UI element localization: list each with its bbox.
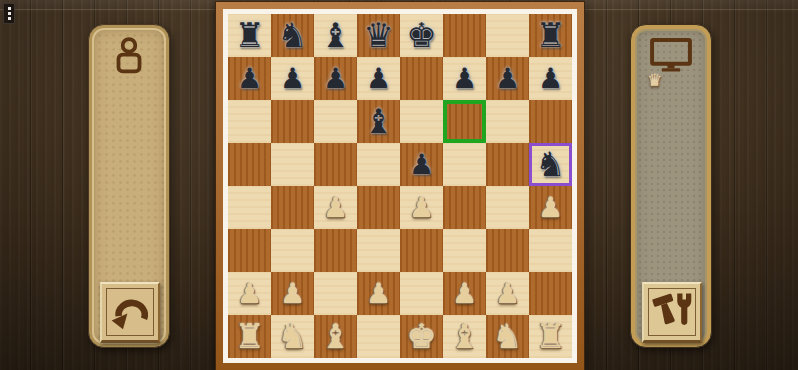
square-b2[interactable]: ♟ bbox=[271, 272, 314, 315]
square-b1[interactable]: ♞ bbox=[271, 315, 314, 358]
square-g6[interactable] bbox=[486, 100, 529, 143]
white-knight-b1[interactable]: ♞ bbox=[277, 315, 307, 358]
square-d8[interactable]: ♛ bbox=[357, 14, 400, 57]
square-h8[interactable]: ♜ bbox=[529, 14, 572, 57]
white-pawn-h4[interactable]: ♟ bbox=[538, 186, 563, 229]
black-pawn-g7[interactable]: ♟ bbox=[495, 57, 520, 100]
black-pawn-e5[interactable]: ♟ bbox=[409, 143, 434, 186]
square-f2[interactable]: ♟ bbox=[443, 272, 486, 315]
square-f8[interactable] bbox=[443, 14, 486, 57]
square-e1[interactable]: ♚ bbox=[400, 315, 443, 358]
square-d4[interactable] bbox=[357, 186, 400, 229]
black-pawn-b7[interactable]: ♟ bbox=[280, 57, 305, 100]
white-rook-h1[interactable]: ♜ bbox=[535, 315, 565, 358]
square-d5[interactable] bbox=[357, 143, 400, 186]
right-player-panel-computer: ♛ bbox=[630, 24, 712, 348]
square-d7[interactable]: ♟ bbox=[357, 57, 400, 100]
square-d1[interactable] bbox=[357, 315, 400, 358]
white-rook-a1[interactable]: ♜ bbox=[234, 315, 264, 358]
square-c7[interactable]: ♟ bbox=[314, 57, 357, 100]
black-pawn-d7[interactable]: ♟ bbox=[366, 57, 391, 100]
square-f1[interactable]: ♝ bbox=[443, 315, 486, 358]
square-b3[interactable] bbox=[271, 229, 314, 272]
black-knight-b8[interactable]: ♞ bbox=[277, 14, 307, 57]
white-pawn-c4[interactable]: ♟ bbox=[323, 186, 348, 229]
black-king-e8[interactable]: ♚ bbox=[406, 14, 436, 57]
square-g2[interactable]: ♟ bbox=[486, 272, 529, 315]
square-e8[interactable]: ♚ bbox=[400, 14, 443, 57]
black-bishop-d6[interactable]: ♝ bbox=[363, 100, 393, 143]
black-pawn-h7[interactable]: ♟ bbox=[538, 57, 563, 100]
white-bishop-c1[interactable]: ♝ bbox=[320, 315, 350, 358]
square-b4[interactable] bbox=[271, 186, 314, 229]
square-h1[interactable]: ♜ bbox=[529, 315, 572, 358]
square-e3[interactable] bbox=[400, 229, 443, 272]
square-c2[interactable] bbox=[314, 272, 357, 315]
square-d2[interactable]: ♟ bbox=[357, 272, 400, 315]
white-king-e1[interactable]: ♚ bbox=[406, 315, 436, 358]
square-g5[interactable] bbox=[486, 143, 529, 186]
chess-app-screen: ♜♞♝♛♚♜♟♟♟♟♟♟♟♝♟♞♟♟♟♟♟♟♟♟♜♞♝♚♝♞♜ ♛ bbox=[0, 0, 798, 370]
square-h2[interactable] bbox=[529, 272, 572, 315]
square-f4[interactable] bbox=[443, 186, 486, 229]
white-knight-g1[interactable]: ♞ bbox=[492, 315, 522, 358]
black-pawn-a7[interactable]: ♟ bbox=[237, 57, 262, 100]
square-b6[interactable] bbox=[271, 100, 314, 143]
square-f3[interactable] bbox=[443, 229, 486, 272]
square-e6[interactable] bbox=[400, 100, 443, 143]
square-a2[interactable]: ♟ bbox=[228, 272, 271, 315]
square-c6[interactable] bbox=[314, 100, 357, 143]
square-a4[interactable] bbox=[228, 186, 271, 229]
square-c8[interactable]: ♝ bbox=[314, 14, 357, 57]
square-a1[interactable]: ♜ bbox=[228, 315, 271, 358]
square-h5[interactable]: ♞ bbox=[529, 143, 572, 186]
square-e4[interactable]: ♟ bbox=[400, 186, 443, 229]
undo-arrow-icon bbox=[109, 289, 151, 335]
system-menu-dots-button[interactable] bbox=[3, 3, 15, 24]
square-g3[interactable] bbox=[486, 229, 529, 272]
white-pawn-b2[interactable]: ♟ bbox=[280, 272, 305, 315]
white-pawn-a2[interactable]: ♟ bbox=[237, 272, 262, 315]
square-f7[interactable]: ♟ bbox=[443, 57, 486, 100]
person-icon bbox=[114, 37, 145, 78]
square-g8[interactable] bbox=[486, 14, 529, 57]
white-pawn-d2[interactable]: ♟ bbox=[366, 272, 391, 315]
left-player-panel-human bbox=[88, 24, 170, 348]
square-c4[interactable]: ♟ bbox=[314, 186, 357, 229]
square-h3[interactable] bbox=[529, 229, 572, 272]
square-a5[interactable] bbox=[228, 143, 271, 186]
board-white-border: ♜♞♝♛♚♜♟♟♟♟♟♟♟♝♟♞♟♟♟♟♟♟♟♟♜♞♝♚♝♞♜ bbox=[223, 9, 577, 363]
square-c3[interactable] bbox=[314, 229, 357, 272]
black-queen-d8[interactable]: ♛ bbox=[363, 14, 393, 57]
square-a6[interactable] bbox=[228, 100, 271, 143]
captured-pieces-tray: ♛ bbox=[647, 69, 662, 91]
white-pawn-e4[interactable]: ♟ bbox=[409, 186, 434, 229]
black-bishop-c8[interactable]: ♝ bbox=[320, 14, 350, 57]
chess-board: ♜♞♝♛♚♜♟♟♟♟♟♟♟♝♟♞♟♟♟♟♟♟♟♟♜♞♝♚♝♞♜ bbox=[215, 1, 585, 370]
black-pawn-f7[interactable]: ♟ bbox=[452, 57, 477, 100]
settings-button[interactable] bbox=[642, 282, 702, 343]
square-e2[interactable] bbox=[400, 272, 443, 315]
black-rook-h8[interactable]: ♜ bbox=[535, 14, 565, 57]
board-grid: ♜♞♝♛♚♜♟♟♟♟♟♟♟♝♟♞♟♟♟♟♟♟♟♟♜♞♝♚♝♞♜ bbox=[228, 14, 572, 358]
undo-button[interactable] bbox=[100, 282, 160, 343]
square-e5[interactable]: ♟ bbox=[400, 143, 443, 186]
square-b8[interactable]: ♞ bbox=[271, 14, 314, 57]
captured-white-queen: ♛ bbox=[647, 69, 662, 91]
square-g4[interactable] bbox=[486, 186, 529, 229]
white-bishop-f1[interactable]: ♝ bbox=[449, 315, 479, 358]
square-h6[interactable] bbox=[529, 100, 572, 143]
square-c1[interactable]: ♝ bbox=[314, 315, 357, 358]
square-a7[interactable]: ♟ bbox=[228, 57, 271, 100]
square-a8[interactable]: ♜ bbox=[228, 14, 271, 57]
square-d6[interactable]: ♝ bbox=[357, 100, 400, 143]
white-pawn-g2[interactable]: ♟ bbox=[495, 272, 520, 315]
square-b7[interactable]: ♟ bbox=[271, 57, 314, 100]
square-f6[interactable] bbox=[443, 100, 486, 143]
hammer-and-wrench-icon bbox=[651, 289, 693, 335]
square-f5[interactable] bbox=[443, 143, 486, 186]
square-c5[interactable] bbox=[314, 143, 357, 186]
square-h7[interactable]: ♟ bbox=[529, 57, 572, 100]
white-pawn-f2[interactable]: ♟ bbox=[452, 272, 477, 315]
square-g7[interactable]: ♟ bbox=[486, 57, 529, 100]
square-a3[interactable] bbox=[228, 229, 271, 272]
square-h4[interactable]: ♟ bbox=[529, 186, 572, 229]
square-b5[interactable] bbox=[271, 143, 314, 186]
square-g1[interactable]: ♞ bbox=[486, 315, 529, 358]
black-knight-h5[interactable]: ♞ bbox=[535, 143, 565, 186]
black-pawn-c7[interactable]: ♟ bbox=[323, 57, 348, 100]
square-e7[interactable] bbox=[400, 57, 443, 100]
black-rook-a8[interactable]: ♜ bbox=[234, 14, 264, 57]
square-d3[interactable] bbox=[357, 229, 400, 272]
